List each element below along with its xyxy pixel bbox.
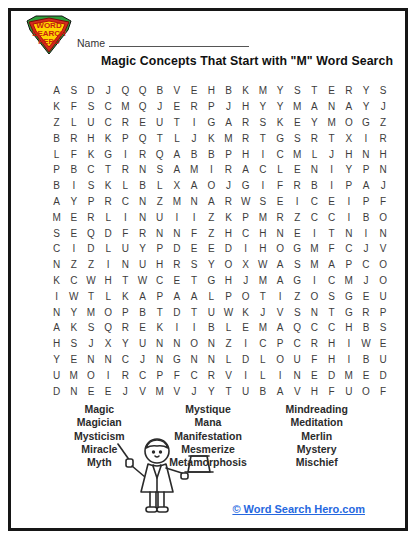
grid-cell-r7c1: B xyxy=(48,178,65,194)
word-item-manifestation: Manifestation xyxy=(154,430,263,443)
grid-cell-r17c3: J xyxy=(82,336,99,352)
grid-cell-r6c8: A xyxy=(168,162,185,178)
name-label: Name xyxy=(77,37,105,49)
grid-cell-r2c20: J xyxy=(375,99,392,115)
grid-cell-r11c12: I xyxy=(237,241,254,257)
grid-cell-r1c8: V xyxy=(168,83,185,99)
grid-cell-r8c15: I xyxy=(289,194,306,210)
grid-cell-r18c13: L xyxy=(254,352,271,368)
grid-cell-r4c9: J xyxy=(186,130,203,146)
grid-cell-r7c8: X xyxy=(168,178,185,194)
grid-cell-r3c4: C xyxy=(100,115,117,131)
grid-cell-r5c9: B xyxy=(186,146,203,162)
grid-cell-r14c20: U xyxy=(375,288,392,304)
grid-cell-r17c12: I xyxy=(237,336,254,352)
grid-cell-r8c12: W xyxy=(237,194,254,210)
grid-cell-r13c11: H xyxy=(220,273,237,289)
grid-cell-r2c3: S xyxy=(82,99,99,115)
grid-cell-r15c18: G xyxy=(340,304,357,320)
grid-cell-r13c12: J xyxy=(237,273,254,289)
grid-cell-r4c11: M xyxy=(220,130,237,146)
grid-cell-r11c16: M xyxy=(306,241,323,257)
grid-cell-r19c19: E xyxy=(357,367,374,383)
grid-cell-r17c4: X xyxy=(100,336,117,352)
grid-cell-r2c19: Y xyxy=(357,99,374,115)
grid-cell-r10c7: N xyxy=(151,225,168,241)
grid-cell-r10c16: I xyxy=(306,225,323,241)
grid-cell-r6c13: C xyxy=(254,162,271,178)
grid-cell-r6c4: T xyxy=(100,162,117,178)
grid-cell-r5c19: N xyxy=(357,146,374,162)
grid-cell-r12c7: H xyxy=(151,257,168,273)
grid-cell-r9c14: R xyxy=(271,209,288,225)
grid-cell-r13c8: E xyxy=(168,273,185,289)
grid-cell-r10c14: N xyxy=(271,225,288,241)
grid-cell-r17c18: I xyxy=(340,336,357,352)
grid-cell-r20c10: Y xyxy=(203,383,220,399)
grid-cell-r19c6: C xyxy=(134,367,151,383)
grid-cell-r16c5: R xyxy=(117,320,134,336)
grid-cell-r17c17: H xyxy=(323,336,340,352)
grid-cell-r5c11: P xyxy=(220,146,237,162)
grid-cell-r8c8: M xyxy=(168,194,185,210)
grid-cell-r15c7: T xyxy=(151,304,168,320)
grid-cell-r3c15: E xyxy=(289,115,306,131)
grid-cell-r19c15: N xyxy=(289,367,306,383)
grid-cell-r12c17: A xyxy=(323,257,340,273)
grid-cell-r3c8: T xyxy=(168,115,185,131)
grid-cell-r12c18: P xyxy=(340,257,357,273)
grid-cell-r12c20: O xyxy=(375,257,392,273)
grid-cell-r20c5: J xyxy=(117,383,134,399)
grid-cell-r17c1: H xyxy=(48,336,65,352)
grid-cell-r15c19: R xyxy=(357,304,374,320)
grid-cell-r17c11: Z xyxy=(220,336,237,352)
grid-cell-r7c6: B xyxy=(134,178,151,194)
grid-cell-r6c2: B xyxy=(65,162,82,178)
grid-cell-r20c19: O xyxy=(357,383,374,399)
grid-cell-r18c4: N xyxy=(100,352,117,368)
grid-cell-r13c10: G xyxy=(203,273,220,289)
grid-cell-r6c14: L xyxy=(271,162,288,178)
grid-cell-r4c7: T xyxy=(151,130,168,146)
grid-cell-r1c4: J xyxy=(100,83,117,99)
grid-cell-r5c12: H xyxy=(237,146,254,162)
grid-cell-r9c20: O xyxy=(375,209,392,225)
grid-cell-r5c5: I xyxy=(117,146,134,162)
grid-cell-r9c7: U xyxy=(151,209,168,225)
word-item-meditation: Meditation xyxy=(262,416,371,429)
grid-cell-r14c14: I xyxy=(271,288,288,304)
grid-cell-r20c6: V xyxy=(134,383,151,399)
grid-cell-r18c3: N xyxy=(82,352,99,368)
grid-cell-r15c10: U xyxy=(203,304,220,320)
grid-cell-r3c3: U xyxy=(82,115,99,131)
grid-cell-r7c12: G xyxy=(237,178,254,194)
grid-cell-r16c4: Q xyxy=(100,320,117,336)
grid-cell-r7c18: P xyxy=(340,178,357,194)
grid-cell-r16c1: A xyxy=(48,320,65,336)
grid-cell-r15c2: Y xyxy=(65,304,82,320)
grid-cell-r18c19: B xyxy=(357,352,374,368)
word-item-mystique: Mystique xyxy=(154,403,263,416)
grid-cell-r15c12: K xyxy=(237,304,254,320)
grid-cell-r9c5: I xyxy=(117,209,134,225)
grid-cell-r2c18: A xyxy=(340,99,357,115)
grid-cell-r15c1: N xyxy=(48,304,65,320)
grid-cell-r6c7: S xyxy=(151,162,168,178)
grid-cell-r16c9: I xyxy=(186,320,203,336)
grid-cell-r3c17: M xyxy=(323,115,340,131)
grid-cell-r16c18: H xyxy=(340,320,357,336)
grid-cell-r3c1: Z xyxy=(48,115,65,131)
grid-cell-r1c16: T xyxy=(306,83,323,99)
grid-cell-r6c3: C xyxy=(82,162,99,178)
grid-cell-r16c8: I xyxy=(168,320,185,336)
grid-cell-r15c20: P xyxy=(375,304,392,320)
word-item-merlin: Merlin xyxy=(262,430,371,443)
grid-cell-r19c9: C xyxy=(186,367,203,383)
grid-cell-r5c2: F xyxy=(65,146,82,162)
grid-cell-r20c17: F xyxy=(323,383,340,399)
grid-cell-r10c4: D xyxy=(100,225,117,241)
grid-cell-r20c1: D xyxy=(48,383,65,399)
grid-cell-r11c5: U xyxy=(117,241,134,257)
grid-cell-r11c3: D xyxy=(82,241,99,257)
grid-cell-r8c4: R xyxy=(100,194,117,210)
grid-cell-r12c19: C xyxy=(357,257,374,273)
grid-cell-r19c2: M xyxy=(65,367,82,383)
grid-cell-r7c4: K xyxy=(100,178,117,194)
grid-cell-r18c20: U xyxy=(375,352,392,368)
grid-cell-r17c16: R xyxy=(306,336,323,352)
grid-cell-r18c16: F xyxy=(306,352,323,368)
grid-cell-r16c2: K xyxy=(65,320,82,336)
grid-cell-r8c17: E xyxy=(323,194,340,210)
grid-cell-r18c2: E xyxy=(65,352,82,368)
grid-cell-r12c14: A xyxy=(271,257,288,273)
grid-cell-r1c3: D xyxy=(82,83,99,99)
grid-cell-r15c14: V xyxy=(271,304,288,320)
grid-cell-r1c2: S xyxy=(65,83,82,99)
grid-cell-r2c1: K xyxy=(48,99,65,115)
grid-cell-r14c4: L xyxy=(100,288,117,304)
grid-cell-r4c18: X xyxy=(340,130,357,146)
grid-cell-r13c7: C xyxy=(151,273,168,289)
grid-cell-r3c2: L xyxy=(65,115,82,131)
grid-cell-r8c9: N xyxy=(186,194,203,210)
grid-cell-r1c17: E xyxy=(323,83,340,99)
grid-cell-r2c10: P xyxy=(203,99,220,115)
grid-cell-r15c11: W xyxy=(220,304,237,320)
grid-cell-r20c4: E xyxy=(100,383,117,399)
grid-cell-r13c2: C xyxy=(65,273,82,289)
grid-cell-r6c10: I xyxy=(203,162,220,178)
word-search-hero-logo: WORD SEARCH HERO xyxy=(24,15,74,55)
grid-cell-r1c14: Y xyxy=(271,83,288,99)
grid-cell-r15c5: P xyxy=(117,304,134,320)
grid-cell-r17c9: O xyxy=(186,336,203,352)
grid-cell-r13c9: T xyxy=(186,273,203,289)
grid-cell-r5c17: J xyxy=(323,146,340,162)
grid-cell-r1c12: K xyxy=(237,83,254,99)
grid-cell-r11c10: E xyxy=(203,241,220,257)
grid-cell-r5c20: H xyxy=(375,146,392,162)
grid-cell-r14c1: I xyxy=(48,288,65,304)
grid-cell-r10c5: F xyxy=(117,225,134,241)
grid-cell-r16c13: M xyxy=(254,320,271,336)
grid-cell-r1c20: S xyxy=(375,83,392,99)
grid-cell-r5c3: K xyxy=(82,146,99,162)
grid-cell-r10c10: Z xyxy=(203,225,220,241)
grid-cell-r12c2: Z xyxy=(65,257,82,273)
grid-cell-r8c14: E xyxy=(271,194,288,210)
grid-cell-r7c5: L xyxy=(117,178,134,194)
grid-cell-r5c6: R xyxy=(134,146,151,162)
grid-cell-r9c11: K xyxy=(220,209,237,225)
grid-cell-r6c20: N xyxy=(375,162,392,178)
grid-cell-r11c1: C xyxy=(48,241,65,257)
grid-cell-r18c7: N xyxy=(151,352,168,368)
grid-cell-r3c10: G xyxy=(203,115,220,131)
grid-cell-r19c4: I xyxy=(100,367,117,383)
grid-cell-r18c6: J xyxy=(134,352,151,368)
grid-cell-r4c8: L xyxy=(168,130,185,146)
grid-cell-r17c7: N xyxy=(151,336,168,352)
grid-cell-r13c18: M xyxy=(340,273,357,289)
grid-cell-r20c7: M xyxy=(151,383,168,399)
grid-cell-r12c5: N xyxy=(117,257,134,273)
grid-cell-r13c4: H xyxy=(100,273,117,289)
grid-cell-r5c14: C xyxy=(271,146,288,162)
grid-cell-r7c16: B xyxy=(306,178,323,194)
grid-cell-r10c17: T xyxy=(323,225,340,241)
grid-cell-r15c13: J xyxy=(254,304,271,320)
word-item-magician: Magician xyxy=(45,416,154,429)
grid-cell-r20c18: U xyxy=(340,383,357,399)
grid-cell-r1c9: E xyxy=(186,83,203,99)
grid-cell-r16c6: E xyxy=(134,320,151,336)
grid-cell-r12c10: Y xyxy=(203,257,220,273)
word-list-column-2: MystiqueManaManifestationMesmerizeMetamo… xyxy=(154,403,263,469)
grid-cell-r17c10: N xyxy=(203,336,220,352)
grid-cell-r14c19: E xyxy=(357,288,374,304)
grid-cell-r14c8: A xyxy=(168,288,185,304)
grid-cell-r20c11: T xyxy=(220,383,237,399)
grid-cell-r3c9: I xyxy=(186,115,203,131)
grid-cell-r18c15: U xyxy=(289,352,306,368)
grid-cell-r14c17: S xyxy=(323,288,340,304)
grid-cell-r20c12: U xyxy=(237,383,254,399)
grid-cell-r19c18: M xyxy=(340,367,357,383)
grid-cell-r2c15: M xyxy=(289,99,306,115)
grid-cell-r13c17: C xyxy=(323,273,340,289)
grid-cell-r4c6: Q xyxy=(134,130,151,146)
grid-cell-r13c13: M xyxy=(254,273,271,289)
grid-cell-r20c20: F xyxy=(375,383,392,399)
grid-cell-r5c8: A xyxy=(168,146,185,162)
grid-cell-r9c1: M xyxy=(48,209,65,225)
grid-cell-r7c14: F xyxy=(271,178,288,194)
grid-cell-r12c15: S xyxy=(289,257,306,273)
grid-cell-r11c6: Y xyxy=(134,241,151,257)
word-item-miracle: Miracle xyxy=(45,443,154,456)
grid-cell-r13c1: K xyxy=(48,273,65,289)
grid-cell-r14c5: K xyxy=(117,288,134,304)
grid-cell-r5c18: H xyxy=(340,146,357,162)
puzzle-title: Magic Concepts That Start with "M" Word … xyxy=(91,54,403,68)
grid-cell-r10c3: Q xyxy=(82,225,99,241)
grid-cell-r2c4: C xyxy=(100,99,117,115)
grid-cell-r6c18: Y xyxy=(340,162,357,178)
grid-cell-r7c2: I xyxy=(65,178,82,194)
grid-cell-r1c19: Y xyxy=(357,83,374,99)
grid-cell-r4c15: S xyxy=(289,130,306,146)
grid-cell-r18c12: D xyxy=(237,352,254,368)
grid-cell-r16c16: C xyxy=(306,320,323,336)
grid-cell-r9c12: P xyxy=(237,209,254,225)
grid-cell-r2c13: Y xyxy=(254,99,271,115)
grid-cell-r4c17: T xyxy=(323,130,340,146)
grid-cell-r6c1: P xyxy=(48,162,65,178)
grid-cell-r13c20: O xyxy=(375,273,392,289)
grid-cell-r12c3: Z xyxy=(82,257,99,273)
grid-cell-r20c15: V xyxy=(289,383,306,399)
grid-cell-r12c9: S xyxy=(186,257,203,273)
grid-cell-r19c20: D xyxy=(375,367,392,383)
grid-cell-r15c16: N xyxy=(306,304,323,320)
grid-cell-r6c9: M xyxy=(186,162,203,178)
grid-cell-r19c3: O xyxy=(82,367,99,383)
grid-cell-r6c12: A xyxy=(237,162,254,178)
grid-cell-r2c16: A xyxy=(306,99,323,115)
grid-cell-r17c15: C xyxy=(289,336,306,352)
grid-cell-r2c12: H xyxy=(237,99,254,115)
grid-cell-r12c8: R xyxy=(168,257,185,273)
grid-cell-r8c6: N xyxy=(134,194,151,210)
grid-cell-r12c11: O xyxy=(220,257,237,273)
grid-cell-r14c18: G xyxy=(340,288,357,304)
grid-cell-r15c9: T xyxy=(186,304,203,320)
word-item-myth: Myth xyxy=(45,456,154,469)
grid-cell-r9c4: L xyxy=(100,209,117,225)
grid-cell-r19c10: R xyxy=(203,367,220,383)
grid-cell-r18c11: L xyxy=(220,352,237,368)
grid-cell-r18c8: G xyxy=(168,352,185,368)
grid-cell-r5c7: Q xyxy=(151,146,168,162)
grid-cell-r16c7: K xyxy=(151,320,168,336)
grid-cell-r12c12: X xyxy=(237,257,254,273)
grid-cell-r14c13: T xyxy=(254,288,271,304)
grid-cell-r2c11: J xyxy=(220,99,237,115)
grid-cell-r11c11: D xyxy=(220,241,237,257)
grid-cell-r17c14: P xyxy=(271,336,288,352)
grid-cell-r17c8: N xyxy=(168,336,185,352)
word-item-mysticism: Mysticism xyxy=(45,430,154,443)
grid-cell-r3c20: Z xyxy=(375,115,392,131)
grid-cell-r5c13: I xyxy=(254,146,271,162)
grid-cell-r3c18: O xyxy=(340,115,357,131)
grid-cell-r16c12: E xyxy=(237,320,254,336)
grid-cell-r10c19: I xyxy=(357,225,374,241)
grid-cell-r2c14: Y xyxy=(271,99,288,115)
grid-cell-r17c6: U xyxy=(134,336,151,352)
grid-cell-r8c1: A xyxy=(48,194,65,210)
grid-cell-r20c9: J xyxy=(186,383,203,399)
grid-cell-r16c17: C xyxy=(323,320,340,336)
grid-cell-r11c8: D xyxy=(168,241,185,257)
grid-cell-r4c10: K xyxy=(203,130,220,146)
grid-cell-r17c19: W xyxy=(357,336,374,352)
worksheet-page: WORD SEARCH HERO Name Magic Concepts Tha… xyxy=(0,0,416,539)
grid-cell-r3c5: R xyxy=(117,115,134,131)
word-item-mystery: Mystery xyxy=(262,443,371,456)
grid-cell-r20c13: B xyxy=(254,383,271,399)
grid-cell-r8c18: I xyxy=(340,194,357,210)
grid-cell-r13c14: A xyxy=(271,273,288,289)
grid-cell-r8c20: F xyxy=(375,194,392,210)
grid-cell-r11c7: P xyxy=(151,241,168,257)
grid-cell-r8c19: P xyxy=(357,194,374,210)
grid-cell-r15c3: M xyxy=(82,304,99,320)
grid-cell-r5c4: G xyxy=(100,146,117,162)
grid-cell-r4c14: G xyxy=(271,130,288,146)
word-search-hero-link[interactable]: © Word Search Hero.com xyxy=(232,503,365,515)
grid-cell-r12c16: M xyxy=(306,257,323,273)
grid-cell-r10c8: N xyxy=(168,225,185,241)
grid-cell-r8c10: A xyxy=(203,194,220,210)
grid-cell-r11c17: F xyxy=(323,241,340,257)
grid-cell-r1c18: R xyxy=(340,83,357,99)
grid-cell-r1c1: A xyxy=(48,83,65,99)
grid-cell-r5c1: L xyxy=(48,146,65,162)
grid-cell-r4c12: R xyxy=(237,130,254,146)
grid-cell-r12c4: I xyxy=(100,257,117,273)
grid-cell-r7c13: I xyxy=(254,178,271,194)
grid-cell-r16c19: B xyxy=(357,320,374,336)
grid-cell-r13c19: J xyxy=(357,273,374,289)
grid-cell-r9c18: I xyxy=(340,209,357,225)
grid-cell-r15c8: D xyxy=(168,304,185,320)
grid-cell-r15c15: S xyxy=(289,304,306,320)
name-row: Name xyxy=(77,35,249,49)
grid-cell-r18c17: H xyxy=(323,352,340,368)
grid-cell-r3c14: K xyxy=(271,115,288,131)
grid-cell-r19c5: R xyxy=(117,367,134,383)
grid-cell-r18c5: C xyxy=(117,352,134,368)
grid-cell-r19c14: I xyxy=(271,367,288,383)
grid-cell-r18c9: N xyxy=(186,352,203,368)
grid-cell-r18c10: N xyxy=(203,352,220,368)
name-blank-line xyxy=(109,35,249,47)
grid-cell-r7c11: J xyxy=(220,178,237,194)
grid-cell-r19c13: L xyxy=(254,367,271,383)
grid-cell-r10c6: R xyxy=(134,225,151,241)
grid-cell-r13c6: W xyxy=(134,273,151,289)
grid-cell-r10c18: N xyxy=(340,225,357,241)
grid-cell-r6c5: R xyxy=(117,162,134,178)
grid-cell-r1c7: B xyxy=(151,83,168,99)
grid-cell-r13c5: T xyxy=(117,273,134,289)
grid-cell-r8c5: C xyxy=(117,194,134,210)
grid-cell-r10c15: E xyxy=(289,225,306,241)
grid-cell-r4c3: H xyxy=(82,130,99,146)
grid-cell-r18c18: I xyxy=(340,352,357,368)
worksheet-border: WORD SEARCH HERO Name Magic Concepts Tha… xyxy=(8,8,408,531)
grid-cell-r9c10: Z xyxy=(203,209,220,225)
grid-cell-r14c3: T xyxy=(82,288,99,304)
grid-cell-r10c13: H xyxy=(254,225,271,241)
